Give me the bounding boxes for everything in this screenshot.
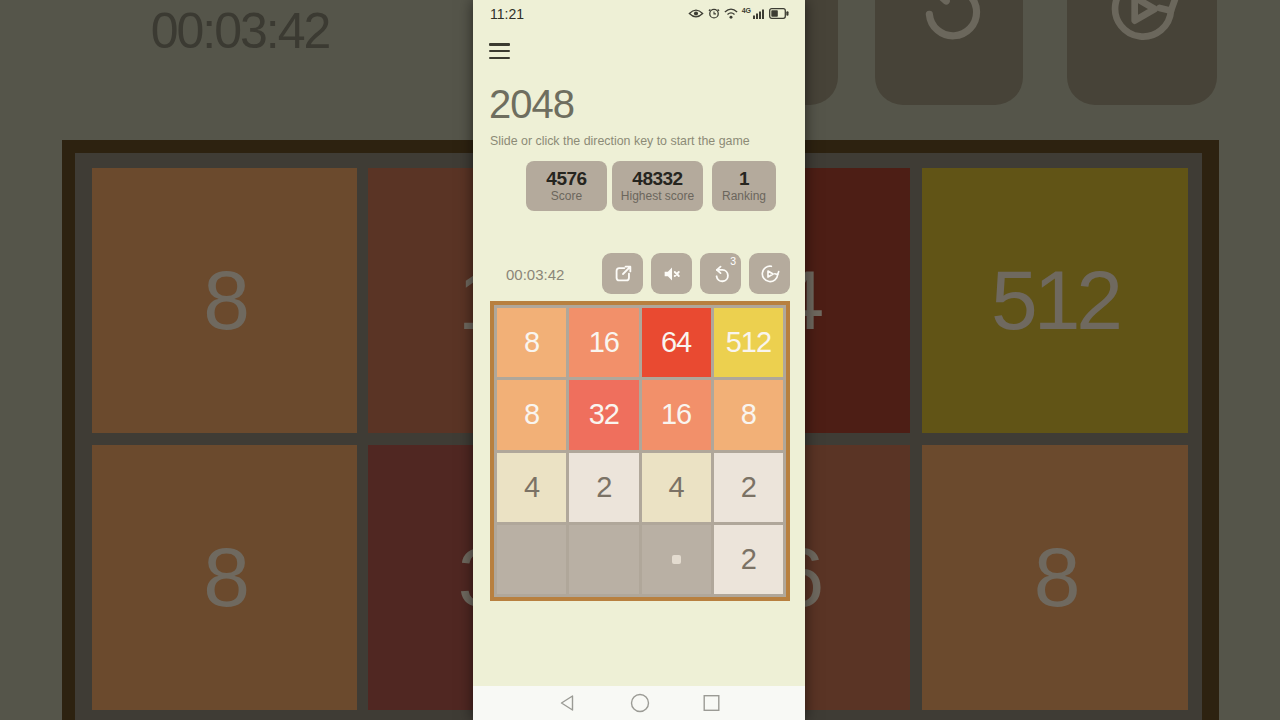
tile-value: 2: [741, 543, 756, 576]
share-button[interactable]: [602, 253, 643, 294]
background-tile-value: 32: [458, 529, 473, 626]
background-tile: 16: [368, 168, 473, 433]
home-icon[interactable]: [630, 693, 650, 713]
replay-icon: [759, 263, 781, 285]
tile-8: 8: [497, 308, 566, 377]
tile-2: 2: [714, 453, 783, 522]
background-right: 64 512 16 8: [805, 0, 1280, 720]
background-tile-value: 16: [458, 252, 473, 349]
background-tile: 8: [92, 168, 357, 433]
background-undo-button: [875, 0, 1023, 105]
score-label: Score: [551, 190, 582, 204]
back-icon[interactable]: [558, 694, 575, 712]
mute-button[interactable]: [651, 253, 692, 294]
menu-button[interactable]: [489, 43, 510, 59]
tile-value: 32: [589, 398, 619, 431]
background-tile: 32: [368, 445, 473, 710]
background-tile: 16: [805, 445, 910, 710]
tile-value: 4: [669, 471, 684, 504]
game-board[interactable]: 8 16 64 512 8 32 16 8 4 2 4 2 2: [490, 301, 790, 601]
background-replay-button: [1067, 0, 1217, 105]
tile-4: 4: [642, 453, 711, 522]
status-icons: 4G: [688, 7, 789, 19]
network-type-label: 4G: [742, 7, 751, 14]
undo-icon: [905, 0, 991, 53]
tile-8: 8: [497, 380, 566, 449]
background-tile-value: 64: [805, 252, 820, 349]
undo-button[interactable]: 3: [700, 253, 741, 294]
tile-value: 512: [726, 326, 771, 359]
signal-bars-icon: [753, 8, 765, 19]
highest-score-box: 48332 Highest score: [612, 161, 703, 211]
background-tile: 8: [922, 445, 1188, 710]
status-time: 11:21: [490, 6, 524, 22]
page-title: 2048: [489, 82, 574, 127]
ranking-value: 1: [739, 168, 749, 190]
tile-16: 16: [569, 308, 638, 377]
score-box: 4576 Score: [526, 161, 607, 211]
tile-2: 2: [714, 525, 783, 594]
video-frame: 00:03:42 8 16 8 32 64: [0, 0, 1280, 720]
undo-count-badge: 3: [730, 255, 736, 267]
tile-16: 16: [642, 380, 711, 449]
background-tile: 512: [922, 168, 1188, 433]
background-tile-value: 16: [805, 529, 820, 626]
undo-icon: [710, 263, 732, 285]
alarm-icon: [708, 7, 720, 19]
battery-icon: [769, 8, 789, 19]
background-tile: 8: [92, 445, 357, 710]
phone-screen: 11:21 4G: [473, 0, 805, 720]
spawning-tile-cell: [642, 525, 711, 594]
background-tile-value: 512: [991, 252, 1119, 349]
wifi-icon: [724, 8, 738, 19]
game-timer: 00:03:42: [506, 266, 564, 283]
highest-score-value: 48332: [632, 168, 682, 190]
eye-icon: [688, 8, 704, 19]
ranking-box: 1 Ranking: [712, 161, 776, 211]
tile-8: 8: [714, 380, 783, 449]
background-tile-value: 8: [203, 529, 246, 626]
tile-value: 2: [741, 471, 756, 504]
tile-512: 512: [714, 308, 783, 377]
share-icon: [612, 263, 634, 285]
replay-icon: [1103, 0, 1183, 49]
tile-2: 2: [569, 453, 638, 522]
ranking-label: Ranking: [722, 190, 766, 204]
android-navigation-bar: [473, 686, 805, 720]
background-board-frame-edge: [1202, 140, 1219, 720]
highest-score-label: Highest score: [621, 190, 694, 204]
tile-value: 64: [661, 326, 691, 359]
recents-icon[interactable]: [703, 695, 720, 712]
tile-32: 32: [569, 380, 638, 449]
spawning-tile: [672, 555, 681, 564]
background-tile-value: 8: [1034, 529, 1077, 626]
status-bar: 11:21 4G: [473, 0, 805, 28]
tile-value: 8: [741, 398, 756, 431]
background-timer: 00:03:42: [10, 2, 470, 60]
score-value: 4576: [546, 168, 586, 190]
tile-value: 4: [524, 471, 539, 504]
background-tile-value: 8: [203, 252, 246, 349]
tile-value: 16: [661, 398, 691, 431]
tile-value: 8: [524, 398, 539, 431]
empty-cell: [569, 525, 638, 594]
tile-value: 16: [589, 326, 619, 359]
background-left: 00:03:42 8 16 8 32: [0, 0, 473, 720]
page-subtitle: Slide or click the direction key to star…: [490, 134, 750, 148]
tile-value: 8: [524, 326, 539, 359]
mute-icon: [661, 263, 683, 285]
tile-64: 64: [642, 308, 711, 377]
background-tile: 64: [805, 168, 910, 433]
tile-value: 2: [596, 471, 611, 504]
replay-button[interactable]: [749, 253, 790, 294]
tile-4: 4: [497, 453, 566, 522]
empty-cell: [497, 525, 566, 594]
background-mute-button-partial: [805, 0, 838, 105]
